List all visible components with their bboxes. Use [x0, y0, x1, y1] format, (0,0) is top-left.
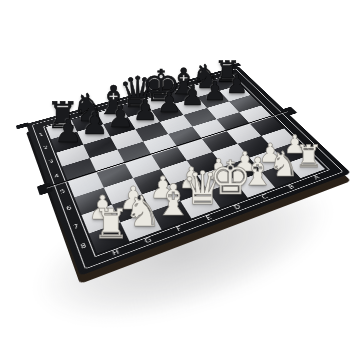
file-label-b: B	[284, 183, 299, 191]
rank-label-1: 1	[35, 132, 48, 138]
rank-label-6: 6	[62, 204, 77, 213]
file-label-c: C	[258, 193, 273, 202]
clasp-tab-far	[229, 63, 241, 68]
rank-label-2: 2	[39, 145, 52, 152]
rank-label-5: 5	[55, 188, 70, 196]
file-label-h: H	[108, 248, 125, 259]
file-label-d: D	[230, 203, 245, 212]
file-label-f: F	[171, 225, 187, 235]
file-label-g: G	[140, 236, 156, 246]
rank-label-3: 3	[44, 158, 58, 165]
product-photo-scene: HGFEDCBA12345678 ♜♞♝♛♚♝♞♜♟♟♟♟♟♟♟♟♟♟♟♟♟♟♟…	[0, 0, 360, 360]
clasp-tab-left	[16, 122, 30, 129]
file-label-a: A	[310, 174, 325, 182]
rank-label-7: 7	[68, 222, 84, 232]
rank-label-4: 4	[50, 173, 64, 181]
rank-label-8: 8	[75, 241, 91, 251]
file-label-e: E	[201, 214, 217, 223]
